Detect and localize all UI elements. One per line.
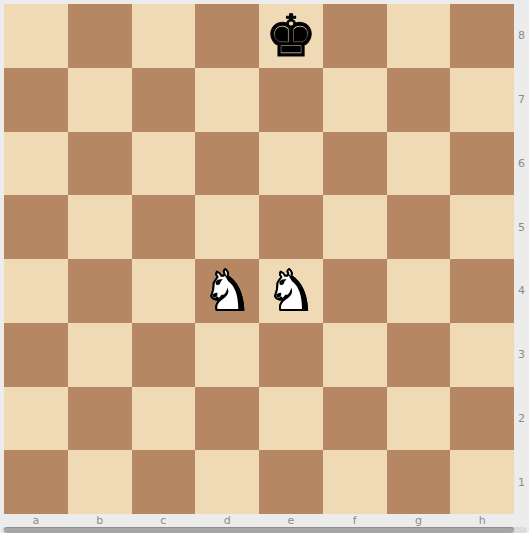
square-a3[interactable] [4, 323, 68, 387]
square-a1[interactable] [4, 450, 68, 514]
square-e4[interactable]: ♞ [259, 259, 323, 323]
file-label-b: b [68, 514, 132, 527]
square-d6[interactable] [195, 132, 259, 196]
square-b6[interactable] [68, 132, 132, 196]
square-f2[interactable] [323, 387, 387, 451]
chess-board-container: ♚♞♞ 87654321 abcdefgh [0, 0, 529, 533]
square-f4[interactable] [323, 259, 387, 323]
file-labels: abcdefgh [4, 514, 514, 527]
square-b1[interactable] [68, 450, 132, 514]
square-c4[interactable] [132, 259, 196, 323]
square-d1[interactable] [195, 450, 259, 514]
square-g8[interactable] [387, 4, 451, 68]
square-h1[interactable] [450, 450, 514, 514]
file-label-d: d [195, 514, 259, 527]
square-g3[interactable] [387, 323, 451, 387]
square-b3[interactable] [68, 323, 132, 387]
black-king-piece[interactable]: ♚ [259, 4, 323, 68]
square-e6[interactable] [259, 132, 323, 196]
square-h5[interactable] [450, 195, 514, 259]
square-b2[interactable] [68, 387, 132, 451]
square-b8[interactable] [68, 4, 132, 68]
square-f6[interactable] [323, 132, 387, 196]
square-b5[interactable] [68, 195, 132, 259]
square-e2[interactable] [259, 387, 323, 451]
square-d7[interactable] [195, 68, 259, 132]
square-g6[interactable] [387, 132, 451, 196]
rank-labels: 87654321 [514, 4, 529, 514]
square-g4[interactable] [387, 259, 451, 323]
square-e5[interactable] [259, 195, 323, 259]
square-e1[interactable] [259, 450, 323, 514]
square-f1[interactable] [323, 450, 387, 514]
square-c7[interactable] [132, 68, 196, 132]
rank-label-8: 8 [514, 4, 529, 68]
square-d4[interactable]: ♞ [195, 259, 259, 323]
square-a6[interactable] [4, 132, 68, 196]
square-c2[interactable] [132, 387, 196, 451]
square-c1[interactable] [132, 450, 196, 514]
square-d8[interactable] [195, 4, 259, 68]
rank-label-7: 7 [514, 68, 529, 132]
square-c8[interactable] [132, 4, 196, 68]
square-g7[interactable] [387, 68, 451, 132]
square-f8[interactable] [323, 4, 387, 68]
square-h7[interactable] [450, 68, 514, 132]
white-knight-piece[interactable]: ♞ [259, 259, 323, 323]
rank-label-3: 3 [514, 323, 529, 387]
square-e7[interactable] [259, 68, 323, 132]
rank-label-1: 1 [514, 450, 529, 514]
white-knight-piece[interactable]: ♞ [195, 259, 259, 323]
square-h3[interactable] [450, 323, 514, 387]
square-c3[interactable] [132, 323, 196, 387]
file-label-g: g [387, 514, 451, 527]
rank-label-5: 5 [514, 195, 529, 259]
square-a5[interactable] [4, 195, 68, 259]
square-g1[interactable] [387, 450, 451, 514]
square-c5[interactable] [132, 195, 196, 259]
square-g5[interactable] [387, 195, 451, 259]
square-h8[interactable] [450, 4, 514, 68]
rank-label-4: 4 [514, 259, 529, 323]
square-f3[interactable] [323, 323, 387, 387]
square-c6[interactable] [132, 132, 196, 196]
file-label-e: e [259, 514, 323, 527]
square-b7[interactable] [68, 68, 132, 132]
rank-label-6: 6 [514, 132, 529, 196]
square-a2[interactable] [4, 387, 68, 451]
square-e3[interactable] [259, 323, 323, 387]
square-h4[interactable] [450, 259, 514, 323]
file-label-c: c [132, 514, 196, 527]
file-label-a: a [4, 514, 68, 527]
horizontal-scrollbar[interactable] [2, 527, 527, 533]
square-d2[interactable] [195, 387, 259, 451]
square-b4[interactable] [68, 259, 132, 323]
file-label-h: h [450, 514, 514, 527]
rank-label-2: 2 [514, 387, 529, 451]
square-h6[interactable] [450, 132, 514, 196]
horizontal-scrollbar-thumb[interactable] [4, 527, 514, 533]
square-f7[interactable] [323, 68, 387, 132]
square-g2[interactable] [387, 387, 451, 451]
file-label-f: f [323, 514, 387, 527]
square-a7[interactable] [4, 68, 68, 132]
square-a4[interactable] [4, 259, 68, 323]
square-a8[interactable] [4, 4, 68, 68]
square-e8[interactable]: ♚ [259, 4, 323, 68]
square-h2[interactable] [450, 387, 514, 451]
square-d5[interactable] [195, 195, 259, 259]
square-f5[interactable] [323, 195, 387, 259]
chess-board: ♚♞♞ [4, 4, 514, 514]
square-d3[interactable] [195, 323, 259, 387]
